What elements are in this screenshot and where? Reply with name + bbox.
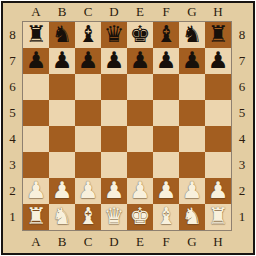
square-d8[interactable]: ♛: [101, 22, 127, 48]
file-label-h-bottom: H: [205, 232, 231, 251]
rank-label-1-right: 1: [233, 204, 251, 230]
square-d1[interactable]: ♛: [101, 204, 127, 230]
square-f4[interactable]: [153, 126, 179, 152]
piece-white-bishop[interactable]: ♝: [78, 205, 99, 228]
square-c2[interactable]: ♟: [75, 178, 101, 204]
rank-labels-left: 87654321: [4, 22, 21, 230]
square-g4[interactable]: [179, 126, 205, 152]
piece-black-pawn[interactable]: ♟: [104, 49, 125, 72]
square-a2[interactable]: ♟: [23, 178, 49, 204]
piece-white-knight[interactable]: ♞: [52, 205, 73, 228]
square-a1[interactable]: ♜: [23, 204, 49, 230]
piece-black-pawn[interactable]: ♟: [182, 49, 203, 72]
square-b6[interactable]: [49, 74, 75, 100]
square-a3[interactable]: [23, 152, 49, 178]
rank-label-4-right: 4: [233, 126, 251, 152]
square-b1[interactable]: ♞: [49, 204, 75, 230]
square-g8[interactable]: ♞: [179, 22, 205, 48]
square-b7[interactable]: ♟: [49, 48, 75, 74]
square-g7[interactable]: ♟: [179, 48, 205, 74]
square-b5[interactable]: [49, 100, 75, 126]
rank-label-2-left: 2: [4, 178, 21, 204]
file-label-f-top: F: [153, 2, 179, 21]
rank-label-7-left: 7: [4, 48, 21, 74]
square-b3[interactable]: [49, 152, 75, 178]
piece-white-rook[interactable]: ♜: [208, 205, 229, 228]
file-label-b-top: B: [49, 2, 75, 21]
rank-label-3-right: 3: [233, 152, 251, 178]
square-d6[interactable]: [101, 74, 127, 100]
square-f2[interactable]: ♟: [153, 178, 179, 204]
square-g2[interactable]: ♟: [179, 178, 205, 204]
square-f3[interactable]: [153, 152, 179, 178]
square-b4[interactable]: [49, 126, 75, 152]
square-c6[interactable]: [75, 74, 101, 100]
square-e5[interactable]: [127, 100, 153, 126]
file-label-c-top: C: [75, 2, 101, 21]
file-label-c-bottom: C: [75, 232, 101, 251]
rank-label-5-left: 5: [4, 100, 21, 126]
square-a4[interactable]: [23, 126, 49, 152]
square-e4[interactable]: [127, 126, 153, 152]
piece-black-rook[interactable]: ♜: [208, 23, 229, 46]
rank-label-6-right: 6: [233, 74, 251, 100]
piece-white-pawn[interactable]: ♟: [156, 179, 177, 202]
piece-white-bishop[interactable]: ♝: [156, 205, 177, 228]
square-h3[interactable]: [205, 152, 231, 178]
rank-label-2-right: 2: [233, 178, 251, 204]
square-c1[interactable]: ♝: [75, 204, 101, 230]
file-label-b-bottom: B: [49, 232, 75, 251]
file-label-d-top: D: [101, 2, 127, 21]
piece-white-pawn[interactable]: ♟: [208, 179, 229, 202]
rank-label-7-right: 7: [233, 48, 251, 74]
rank-label-5-right: 5: [233, 100, 251, 126]
piece-black-pawn[interactable]: ♟: [78, 49, 99, 72]
square-f1[interactable]: ♝: [153, 204, 179, 230]
rank-label-4-left: 4: [4, 126, 21, 152]
piece-white-pawn[interactable]: ♟: [52, 179, 73, 202]
piece-white-king[interactable]: ♚: [130, 205, 151, 228]
square-h7[interactable]: ♟: [205, 48, 231, 74]
piece-white-knight[interactable]: ♞: [182, 205, 203, 228]
piece-black-bishop[interactable]: ♝: [156, 23, 177, 46]
square-f6[interactable]: [153, 74, 179, 100]
board: ♜♞♝♛♚♝♞♜♟♟♟♟♟♟♟♟♟♟♟♟♟♟♟♟♜♞♝♛♚♝♞♜: [22, 21, 232, 231]
square-c7[interactable]: ♟: [75, 48, 101, 74]
piece-black-knight[interactable]: ♞: [52, 23, 73, 46]
piece-white-pawn[interactable]: ♟: [78, 179, 99, 202]
square-h5[interactable]: [205, 100, 231, 126]
square-b2[interactable]: ♟: [49, 178, 75, 204]
piece-white-pawn[interactable]: ♟: [26, 179, 47, 202]
square-h4[interactable]: [205, 126, 231, 152]
piece-black-king[interactable]: ♚: [130, 23, 151, 46]
square-c3[interactable]: [75, 152, 101, 178]
rank-label-8-left: 8: [4, 22, 21, 48]
file-label-e-bottom: E: [127, 232, 153, 251]
file-label-a-bottom: A: [23, 232, 49, 251]
square-h8[interactable]: ♜: [205, 22, 231, 48]
piece-black-queen[interactable]: ♛: [104, 23, 125, 46]
piece-black-knight[interactable]: ♞: [182, 23, 203, 46]
square-f5[interactable]: [153, 100, 179, 126]
piece-white-rook[interactable]: ♜: [26, 205, 47, 228]
square-f8[interactable]: ♝: [153, 22, 179, 48]
square-e3[interactable]: [127, 152, 153, 178]
file-label-d-bottom: D: [101, 232, 127, 251]
square-g6[interactable]: [179, 74, 205, 100]
piece-black-rook[interactable]: ♜: [26, 23, 47, 46]
square-a8[interactable]: ♜: [23, 22, 49, 48]
file-label-e-top: E: [127, 2, 153, 21]
piece-black-pawn[interactable]: ♟: [26, 49, 47, 72]
square-b8[interactable]: ♞: [49, 22, 75, 48]
file-labels-bottom: ABCDEFGH: [23, 232, 231, 251]
square-e6[interactable]: [127, 74, 153, 100]
square-a5[interactable]: [23, 100, 49, 126]
square-c4[interactable]: [75, 126, 101, 152]
square-c5[interactable]: [75, 100, 101, 126]
chess-diagram: ABCDEFGH ABCDEFGH 87654321 87654321 ♜♞♝♛…: [0, 0, 256, 256]
piece-white-pawn[interactable]: ♟: [104, 179, 125, 202]
square-e2[interactable]: ♟: [127, 178, 153, 204]
square-d2[interactable]: ♟: [101, 178, 127, 204]
square-e7[interactable]: ♟: [127, 48, 153, 74]
file-label-h-top: H: [205, 2, 231, 21]
square-e8[interactable]: ♚: [127, 22, 153, 48]
piece-white-pawn[interactable]: ♟: [130, 179, 151, 202]
square-h1[interactable]: ♜: [205, 204, 231, 230]
square-g1[interactable]: ♞: [179, 204, 205, 230]
rank-label-3-left: 3: [4, 152, 21, 178]
piece-white-queen[interactable]: ♛: [104, 205, 125, 228]
rank-labels-right: 87654321: [233, 22, 251, 230]
square-g5[interactable]: [179, 100, 205, 126]
piece-black-pawn[interactable]: ♟: [156, 49, 177, 72]
square-e1[interactable]: ♚: [127, 204, 153, 230]
square-a6[interactable]: [23, 74, 49, 100]
piece-black-pawn[interactable]: ♟: [208, 49, 229, 72]
square-h2[interactable]: ♟: [205, 178, 231, 204]
square-d7[interactable]: ♟: [101, 48, 127, 74]
file-label-a-top: A: [23, 2, 49, 21]
square-d5[interactable]: [101, 100, 127, 126]
piece-black-bishop[interactable]: ♝: [78, 23, 99, 46]
square-a7[interactable]: ♟: [23, 48, 49, 74]
square-g3[interactable]: [179, 152, 205, 178]
square-d4[interactable]: [101, 126, 127, 152]
square-f7[interactable]: ♟: [153, 48, 179, 74]
file-label-f-bottom: F: [153, 232, 179, 251]
file-label-g-bottom: G: [179, 232, 205, 251]
square-c8[interactable]: ♝: [75, 22, 101, 48]
file-labels-top: ABCDEFGH: [23, 2, 231, 21]
rank-label-1-left: 1: [4, 204, 21, 230]
square-h6[interactable]: [205, 74, 231, 100]
piece-black-pawn[interactable]: ♟: [130, 49, 151, 72]
piece-black-pawn[interactable]: ♟: [52, 49, 73, 72]
rank-label-6-left: 6: [4, 74, 21, 100]
square-d3[interactable]: [101, 152, 127, 178]
piece-white-pawn[interactable]: ♟: [182, 179, 203, 202]
rank-label-8-right: 8: [233, 22, 251, 48]
file-label-g-top: G: [179, 2, 205, 21]
